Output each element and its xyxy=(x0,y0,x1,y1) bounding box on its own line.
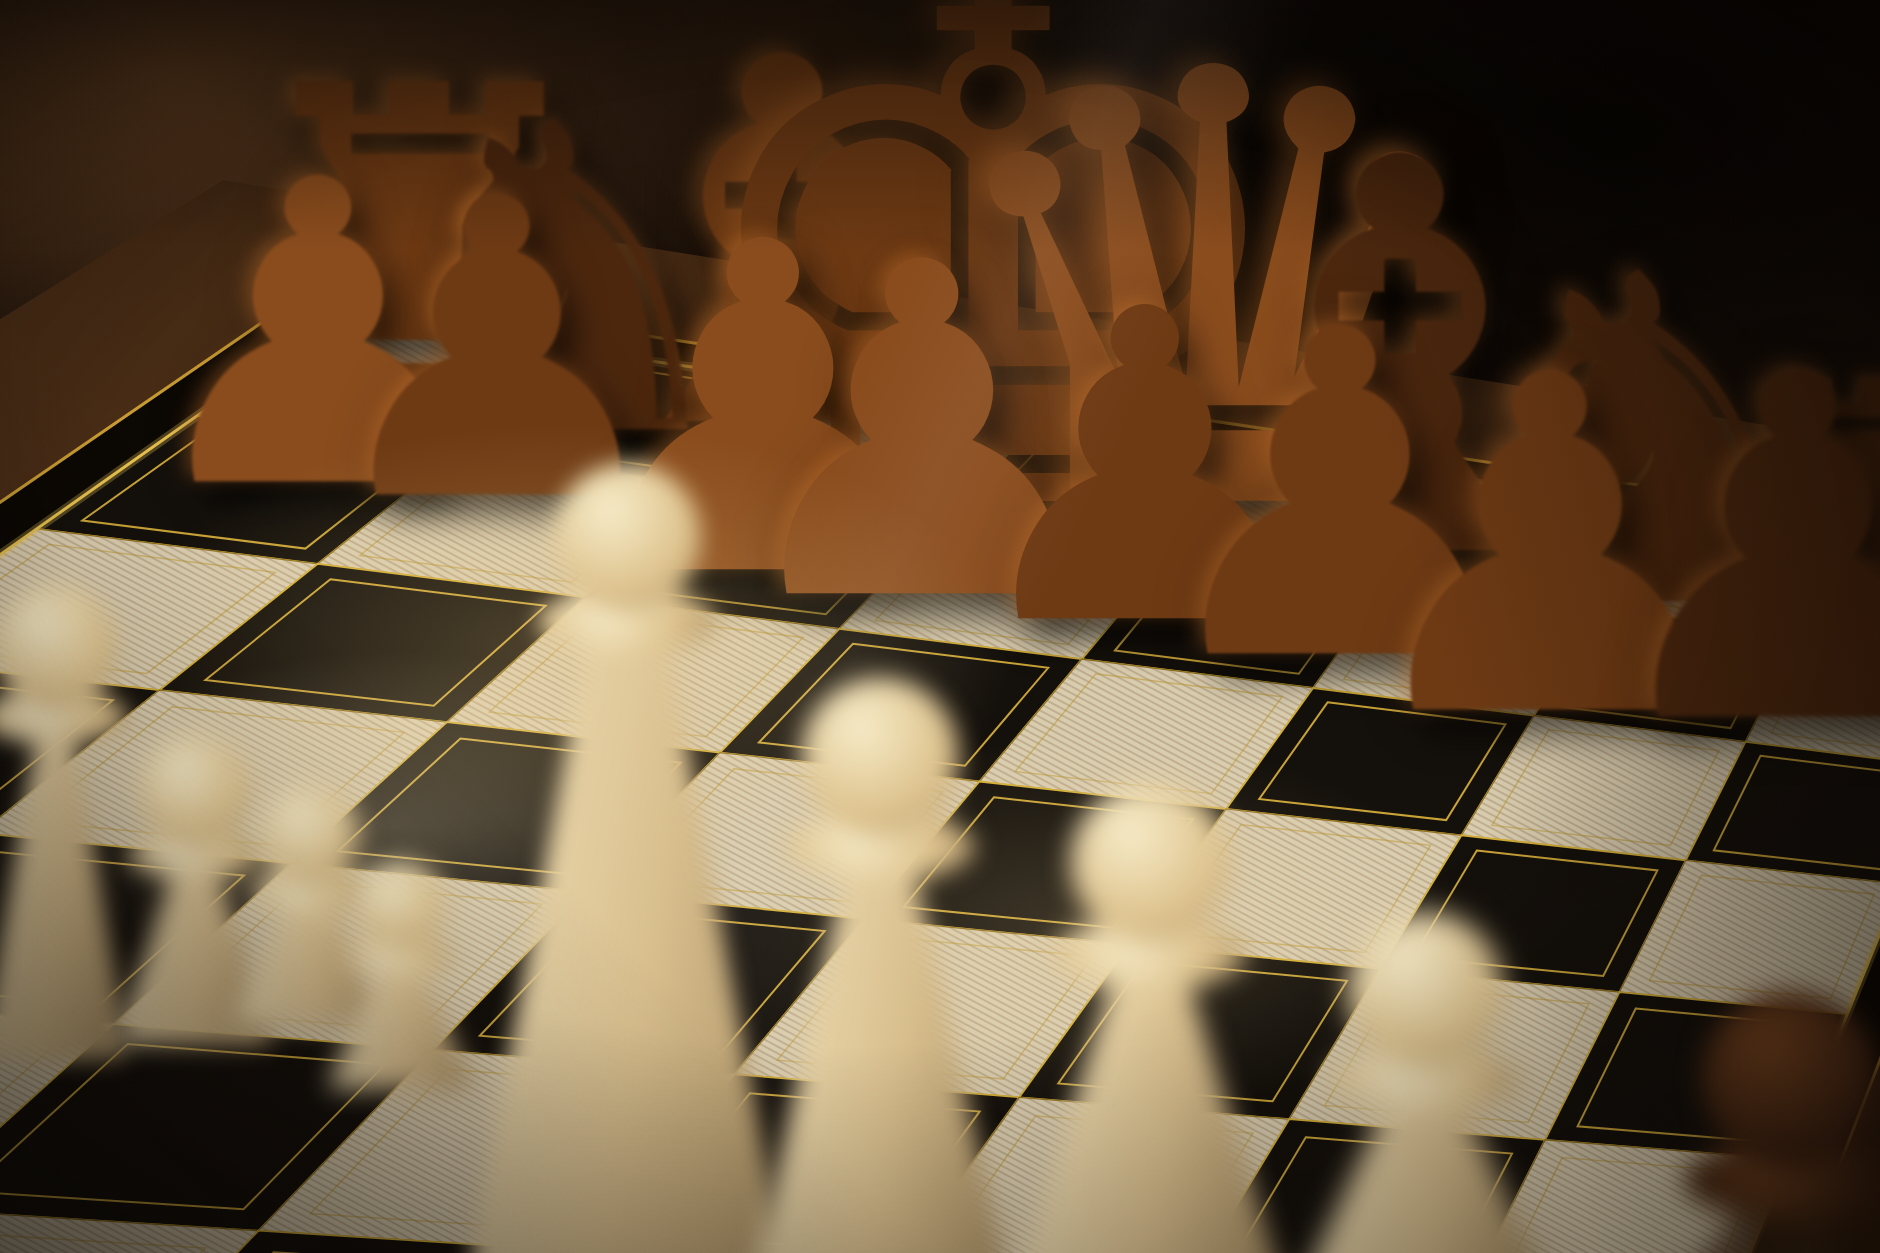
blurred-foreground-pieces xyxy=(0,0,1880,1253)
chess-photo-scene: ♜♝♞♟♚♟♛♝♟♟♞♟♜♟♟♟ xyxy=(0,0,1880,1253)
